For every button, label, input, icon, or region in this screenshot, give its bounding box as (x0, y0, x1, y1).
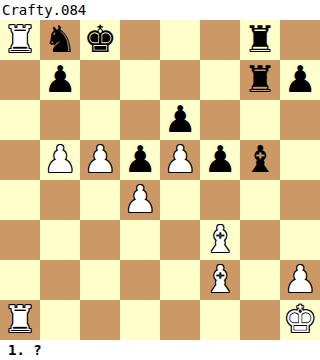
white-rook-piece[interactable]: ♜ (3, 20, 36, 60)
square-e2[interactable] (160, 260, 200, 300)
black-rook-piece[interactable]: ♜ (243, 60, 276, 100)
square-c3[interactable] (80, 220, 120, 260)
square-f8[interactable] (200, 20, 240, 60)
white-king-piece[interactable]: ♚ (283, 300, 316, 340)
white-rook-piece[interactable]: ♜ (3, 300, 36, 340)
square-b8[interactable]: ♞ (40, 20, 80, 60)
square-e7[interactable] (160, 60, 200, 100)
white-pawn-piece[interactable]: ♟ (43, 140, 76, 180)
black-bishop-piece[interactable]: ♝ (243, 140, 276, 180)
square-c4[interactable] (80, 180, 120, 220)
black-pawn-piece[interactable]: ♟ (283, 60, 316, 100)
white-pawn-piece[interactable]: ♟ (83, 140, 116, 180)
square-g3[interactable] (240, 220, 280, 260)
square-e8[interactable] (160, 20, 200, 60)
black-pawn-piece[interactable]: ♟ (43, 60, 76, 100)
move-prompt: 1. ? (0, 340, 320, 360)
square-h2[interactable]: ♟ (280, 260, 320, 300)
white-pawn-piece[interactable]: ♟ (123, 180, 156, 220)
white-pawn-piece[interactable]: ♟ (163, 140, 196, 180)
square-h7[interactable]: ♟ (280, 60, 320, 100)
square-a4[interactable] (0, 180, 40, 220)
square-g5[interactable]: ♝ (240, 140, 280, 180)
window-title: Crafty.084 (0, 0, 320, 20)
square-b5[interactable]: ♟ (40, 140, 80, 180)
square-e3[interactable] (160, 220, 200, 260)
square-d1[interactable] (120, 300, 160, 340)
chess-board: ♜♞♚♜♟♜♟♟♟♟♟♟♟♝♟♝♝♟♜♚ (0, 20, 320, 340)
square-c8[interactable]: ♚ (80, 20, 120, 60)
square-a3[interactable] (0, 220, 40, 260)
square-d6[interactable] (120, 100, 160, 140)
square-d7[interactable] (120, 60, 160, 100)
black-pawn-piece[interactable]: ♟ (163, 100, 196, 140)
square-g1[interactable] (240, 300, 280, 340)
square-h6[interactable] (280, 100, 320, 140)
square-g6[interactable] (240, 100, 280, 140)
square-c5[interactable]: ♟ (80, 140, 120, 180)
square-f4[interactable] (200, 180, 240, 220)
square-f7[interactable] (200, 60, 240, 100)
square-b4[interactable] (40, 180, 80, 220)
square-d2[interactable] (120, 260, 160, 300)
square-h5[interactable] (280, 140, 320, 180)
square-f6[interactable] (200, 100, 240, 140)
square-a6[interactable] (0, 100, 40, 140)
square-a1[interactable]: ♜ (0, 300, 40, 340)
white-bishop-piece[interactable]: ♝ (203, 220, 236, 260)
black-pawn-piece[interactable]: ♟ (203, 140, 236, 180)
square-h3[interactable] (280, 220, 320, 260)
square-a2[interactable] (0, 260, 40, 300)
square-f1[interactable] (200, 300, 240, 340)
square-a5[interactable] (0, 140, 40, 180)
square-a8[interactable]: ♜ (0, 20, 40, 60)
square-c7[interactable] (80, 60, 120, 100)
black-rook-piece[interactable]: ♜ (243, 20, 276, 60)
square-b2[interactable] (40, 260, 80, 300)
square-d8[interactable] (120, 20, 160, 60)
square-c6[interactable] (80, 100, 120, 140)
black-knight-piece[interactable]: ♞ (43, 20, 76, 60)
square-b1[interactable] (40, 300, 80, 340)
square-e5[interactable]: ♟ (160, 140, 200, 180)
white-bishop-piece[interactable]: ♝ (203, 260, 236, 300)
black-pawn-piece[interactable]: ♟ (123, 140, 156, 180)
square-c1[interactable] (80, 300, 120, 340)
square-g4[interactable] (240, 180, 280, 220)
square-d5[interactable]: ♟ (120, 140, 160, 180)
square-f5[interactable]: ♟ (200, 140, 240, 180)
square-h4[interactable] (280, 180, 320, 220)
square-e6[interactable]: ♟ (160, 100, 200, 140)
square-h1[interactable]: ♚ (280, 300, 320, 340)
black-king-piece[interactable]: ♚ (83, 20, 116, 60)
square-g8[interactable]: ♜ (240, 20, 280, 60)
square-b7[interactable]: ♟ (40, 60, 80, 100)
square-e1[interactable] (160, 300, 200, 340)
square-f2[interactable]: ♝ (200, 260, 240, 300)
square-d4[interactable]: ♟ (120, 180, 160, 220)
square-a7[interactable] (0, 60, 40, 100)
square-g2[interactable] (240, 260, 280, 300)
square-h8[interactable] (280, 20, 320, 60)
square-e4[interactable] (160, 180, 200, 220)
square-c2[interactable] (80, 260, 120, 300)
white-pawn-piece[interactable]: ♟ (283, 260, 316, 300)
square-d3[interactable] (120, 220, 160, 260)
square-f3[interactable]: ♝ (200, 220, 240, 260)
square-b6[interactable] (40, 100, 80, 140)
square-b3[interactable] (40, 220, 80, 260)
square-g7[interactable]: ♜ (240, 60, 280, 100)
